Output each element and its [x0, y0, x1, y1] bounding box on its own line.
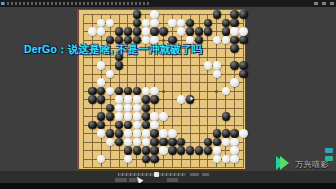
black-stone [106, 104, 114, 112]
white-stone [133, 104, 141, 112]
black-stone [97, 112, 105, 120]
black-stone [239, 61, 247, 69]
black-stone [142, 121, 150, 129]
black-stone [204, 27, 212, 35]
move-total-text [202, 173, 209, 176]
black-stone [186, 146, 194, 154]
white-stone [177, 95, 185, 103]
black-stone [124, 121, 132, 129]
minimize-icon[interactable] [314, 2, 318, 5]
white-stone [150, 121, 158, 129]
white-stone [133, 138, 141, 146]
white-stone [115, 95, 123, 103]
black-stone [124, 87, 132, 95]
white-stone [230, 78, 238, 86]
white-stone [97, 61, 105, 69]
white-stone [177, 19, 185, 27]
window-controls [314, 2, 334, 5]
black-stone [88, 87, 96, 95]
white-stone [204, 61, 212, 69]
black-stone [150, 138, 158, 146]
white-stone [239, 129, 247, 137]
white-stone [124, 95, 132, 103]
title-bar [0, 0, 336, 7]
white-stone [97, 155, 105, 163]
black-stone [204, 19, 212, 27]
white-stone [159, 146, 167, 154]
black-stone [133, 27, 141, 35]
white-stone [133, 95, 141, 103]
seek-thumb[interactable] [154, 172, 159, 177]
white-stone [106, 87, 114, 95]
white-stone [230, 146, 238, 154]
white-stone [150, 112, 158, 120]
black-stone [204, 138, 212, 146]
watermark-brand-text: 万兴喵影 [295, 159, 329, 170]
black-stone [222, 27, 230, 35]
black-stone [124, 27, 132, 35]
white-stone [159, 129, 167, 137]
toolbar-button-1[interactable] [115, 178, 127, 182]
white-stone [222, 87, 230, 95]
black-stone [150, 146, 158, 154]
black-stone [230, 10, 238, 18]
black-stone [168, 138, 176, 146]
white-stone [213, 61, 221, 69]
black-stone [230, 61, 238, 69]
black-stone [106, 112, 114, 120]
black-stone [115, 121, 123, 129]
black-stone [115, 129, 123, 137]
last-move-marker [191, 97, 194, 101]
black-stone [106, 129, 114, 137]
white-stone [106, 19, 114, 27]
black-stone [230, 19, 238, 27]
black-stone [239, 70, 247, 78]
close-icon[interactable] [330, 2, 334, 5]
star-point [215, 90, 218, 93]
white-stone [150, 87, 158, 95]
black-stone [230, 129, 238, 137]
black-stone [168, 146, 176, 154]
black-stone [159, 138, 167, 146]
black-stone [142, 146, 150, 154]
black-stone [213, 129, 221, 137]
black-stone [97, 87, 105, 95]
white-stone [213, 155, 221, 163]
white-stone [142, 87, 150, 95]
black-stone [115, 87, 123, 95]
white-stone [168, 129, 176, 137]
black-stone [150, 27, 158, 35]
black-stone [88, 95, 96, 103]
white-stone [97, 27, 105, 35]
bottom-letterbox [0, 183, 336, 189]
black-stone [195, 146, 203, 154]
black-stone [124, 146, 132, 154]
black-stone [213, 138, 221, 146]
white-stone [168, 19, 176, 27]
move-counter-text [190, 173, 199, 176]
black-stone [97, 121, 105, 129]
black-stone [150, 95, 158, 103]
white-stone [124, 104, 132, 112]
white-stone [150, 10, 158, 18]
black-stone [133, 19, 141, 27]
black-stone [115, 61, 123, 69]
black-stone [142, 95, 150, 103]
white-stone [97, 19, 105, 27]
seek-slider[interactable] [118, 173, 186, 176]
maximize-icon[interactable] [322, 2, 326, 5]
black-stone [213, 10, 221, 18]
black-stone [115, 27, 123, 35]
toolbar-button-3[interactable] [167, 178, 178, 182]
watermark-badge-icons [325, 148, 334, 161]
white-stone [213, 70, 221, 78]
white-stone [142, 138, 150, 146]
white-stone [88, 27, 96, 35]
black-stone [239, 10, 247, 18]
video-frame: DerGo：说这是啥, 不是一冲就破了吗 万兴喵影 [0, 0, 336, 189]
window-title-text [3, 2, 151, 5]
white-stone [133, 121, 141, 129]
go-board[interactable] [77, 9, 246, 171]
white-stone [213, 146, 221, 154]
white-stone [230, 27, 238, 35]
black-stone [133, 87, 141, 95]
black-stone [222, 19, 230, 27]
white-stone [124, 129, 132, 137]
white-stone [124, 138, 132, 146]
black-stone [97, 95, 105, 103]
black-stone [222, 129, 230, 137]
white-stone [97, 78, 105, 86]
white-stone [133, 112, 141, 120]
white-stone [124, 112, 132, 120]
filmora-logo-icon [276, 156, 292, 170]
white-stone [97, 129, 105, 137]
black-stone [142, 155, 150, 163]
white-stone [124, 155, 132, 163]
black-stone [204, 146, 212, 154]
black-stone [186, 27, 194, 35]
black-stone [222, 112, 230, 120]
white-stone [230, 155, 238, 163]
black-stone [133, 10, 141, 18]
black-stone [159, 27, 167, 35]
white-stone [115, 112, 123, 120]
black-stone [186, 19, 194, 27]
white-stone [106, 138, 114, 146]
white-stone [115, 104, 123, 112]
black-stone [142, 104, 150, 112]
black-stone [150, 155, 158, 163]
black-stone [150, 129, 158, 137]
black-stone [177, 138, 185, 146]
white-stone [150, 19, 158, 27]
white-stone [133, 129, 141, 137]
black-stone [142, 112, 150, 120]
white-stone [239, 27, 247, 35]
black-stone [133, 146, 141, 154]
white-stone [142, 19, 150, 27]
black-stone [115, 138, 123, 146]
white-stone [159, 112, 167, 120]
star-point [162, 39, 165, 42]
black-stone [195, 27, 203, 35]
white-stone [142, 129, 150, 137]
white-stone [177, 27, 185, 35]
star-point [162, 90, 165, 93]
white-stone [106, 70, 114, 78]
white-stone [222, 155, 230, 163]
white-stone [222, 138, 230, 146]
badge-icon-2 [325, 156, 333, 161]
black-stone [88, 121, 96, 129]
white-stone [142, 27, 150, 35]
black-stone [186, 95, 194, 103]
white-stone [230, 138, 238, 146]
subtitle-text: DerGo：说这是啥, 不是一冲就破了吗 [24, 43, 324, 57]
badge-icon-1 [325, 148, 333, 153]
black-stone [177, 146, 185, 154]
